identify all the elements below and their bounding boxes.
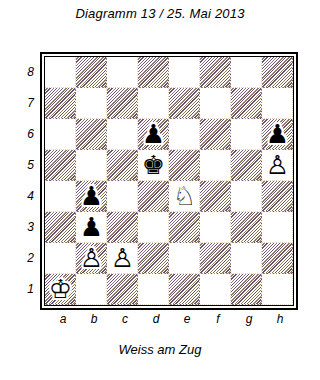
- file-label-h: h: [265, 312, 296, 326]
- square-f6: [200, 119, 231, 150]
- square-e5: [169, 150, 200, 181]
- piece-white-knight: ♘: [169, 181, 200, 212]
- square-h8: [262, 57, 293, 88]
- square-h2: [262, 243, 293, 274]
- square-f2: [200, 243, 231, 274]
- chess-board: ♟♟♟♟♚♚♟♙♟♟♞♘♟♟♟♙♟♙♚♔: [44, 56, 294, 306]
- piece-white-king: ♔: [45, 274, 76, 305]
- square-g6: [231, 119, 262, 150]
- piece-backing: ♟: [76, 243, 107, 274]
- square-f5: [200, 150, 231, 181]
- square-e7: [169, 88, 200, 119]
- file-label-f: f: [203, 312, 234, 326]
- square-d3: [138, 212, 169, 243]
- square-g3: [231, 212, 262, 243]
- square-a8: [45, 57, 76, 88]
- square-b2: ♟♙: [76, 243, 107, 274]
- square-h4: [262, 181, 293, 212]
- file-label-e: e: [172, 312, 203, 326]
- file-label-c: c: [110, 312, 141, 326]
- square-g7: [231, 88, 262, 119]
- square-e4: ♞♘: [169, 181, 200, 212]
- square-b5: [76, 150, 107, 181]
- square-c7: [107, 88, 138, 119]
- square-c4: [107, 181, 138, 212]
- rank-label-1: 1: [22, 274, 34, 305]
- square-c1: [107, 274, 138, 305]
- square-a4: [45, 181, 76, 212]
- square-g8: [231, 57, 262, 88]
- file-label-a: a: [48, 312, 79, 326]
- piece-black-king: ♚: [138, 150, 169, 181]
- square-d4: [138, 181, 169, 212]
- square-g5: [231, 150, 262, 181]
- square-a7: [45, 88, 76, 119]
- piece-black-pawn: ♟: [262, 119, 293, 150]
- square-d2: [138, 243, 169, 274]
- rank-label-8: 8: [22, 57, 34, 88]
- square-e2: [169, 243, 200, 274]
- square-b6: [76, 119, 107, 150]
- square-d7: [138, 88, 169, 119]
- piece-backing: ♟: [262, 119, 293, 150]
- square-f1: [200, 274, 231, 305]
- square-a6: [45, 119, 76, 150]
- rank-label-4: 4: [22, 181, 34, 212]
- square-g1: [231, 274, 262, 305]
- piece-backing: ♟: [138, 119, 169, 150]
- square-e3: [169, 212, 200, 243]
- file-labels: abcdefgh: [25, 312, 296, 326]
- square-c5: [107, 150, 138, 181]
- piece-backing: ♚: [45, 274, 76, 305]
- square-b3: ♟♟: [76, 212, 107, 243]
- diagram-title: Diagramm 13 / 25. Mai 2013: [0, 0, 320, 21]
- square-d6: ♟♟: [138, 119, 169, 150]
- square-c3: [107, 212, 138, 243]
- square-g2: [231, 243, 262, 274]
- piece-backing: ♟: [107, 243, 138, 274]
- piece-backing: ♞: [169, 181, 200, 212]
- square-f7: [200, 88, 231, 119]
- piece-backing: ♚: [138, 150, 169, 181]
- square-d5: ♚♚: [138, 150, 169, 181]
- square-h6: ♟♟: [262, 119, 293, 150]
- file-label-d: d: [141, 312, 172, 326]
- square-g4: [231, 181, 262, 212]
- piece-black-pawn: ♟: [76, 212, 107, 243]
- square-h5: ♟♙: [262, 150, 293, 181]
- piece-black-pawn: ♟: [76, 181, 107, 212]
- square-c6: [107, 119, 138, 150]
- rank-label-3: 3: [22, 212, 34, 243]
- square-a1: ♚♔: [45, 274, 76, 305]
- square-a5: [45, 150, 76, 181]
- square-a2: [45, 243, 76, 274]
- square-b7: [76, 88, 107, 119]
- square-d1: [138, 274, 169, 305]
- square-h1: [262, 274, 293, 305]
- square-f8: [200, 57, 231, 88]
- rank-label-7: 7: [22, 88, 34, 119]
- file-label-g: g: [234, 312, 265, 326]
- square-e8: [169, 57, 200, 88]
- piece-black-pawn: ♟: [138, 119, 169, 150]
- square-f4: [200, 181, 231, 212]
- square-b1: [76, 274, 107, 305]
- square-h7: [262, 88, 293, 119]
- square-f3: [200, 212, 231, 243]
- piece-backing: ♟: [76, 181, 107, 212]
- square-d8: [138, 57, 169, 88]
- square-e1: [169, 274, 200, 305]
- rank-label-5: 5: [22, 150, 34, 181]
- piece-white-pawn: ♙: [262, 150, 293, 181]
- piece-white-pawn: ♙: [107, 243, 138, 274]
- board-frame: ♟♟♟♟♚♚♟♙♟♟♞♘♟♟♟♙♟♙♚♔: [40, 52, 298, 310]
- square-c8: [107, 57, 138, 88]
- square-e6: [169, 119, 200, 150]
- chess-diagram-page: Diagramm 13 / 25. Mai 2013 87654321 ♟♟♟♟…: [0, 0, 320, 380]
- square-b4: ♟♟: [76, 181, 107, 212]
- square-b8: [76, 57, 107, 88]
- square-h3: [262, 212, 293, 243]
- diagram-caption: Weiss am Zug: [0, 342, 320, 357]
- square-c2: ♟♙: [107, 243, 138, 274]
- piece-white-pawn: ♙: [76, 243, 107, 274]
- piece-backing: ♟: [76, 212, 107, 243]
- rank-label-6: 6: [22, 119, 34, 150]
- diagram: 87654321 ♟♟♟♟♚♚♟♙♟♟♞♘♟♟♟♙♟♙♚♔ abcdefgh: [0, 52, 320, 326]
- rank-labels: 87654321: [22, 52, 34, 305]
- square-a3: [45, 212, 76, 243]
- rank-label-2: 2: [22, 243, 34, 274]
- file-label-b: b: [79, 312, 110, 326]
- piece-backing: ♟: [262, 150, 293, 181]
